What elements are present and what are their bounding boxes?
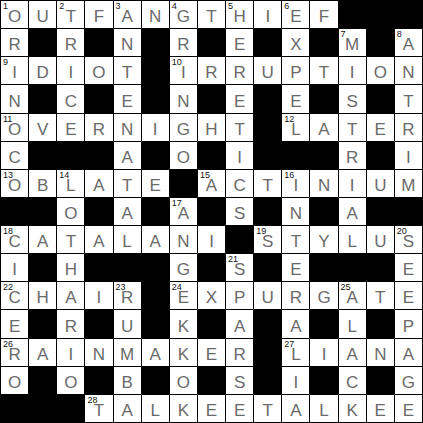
cell-r2c8[interactable]: R <box>226 57 253 84</box>
black-cell-r1c3 <box>85 29 112 56</box>
cell-r10c13[interactable]: T <box>367 282 394 309</box>
cell-r10c1[interactable]: H <box>29 282 56 309</box>
cell-r7c10[interactable]: N <box>282 198 309 225</box>
cell-letter: E <box>206 402 217 422</box>
black-cell-r9c1 <box>29 254 56 281</box>
cell-r8c6[interactable]: N <box>170 226 197 253</box>
black-cell-r7c3 <box>85 198 112 225</box>
cell-r2c4[interactable]: T <box>114 57 141 84</box>
cell-r2c6[interactable]: 10I <box>170 57 197 84</box>
black-cell-r7c9 <box>254 198 281 225</box>
cell-letter: G <box>317 289 330 309</box>
cell-letter: O <box>64 374 77 394</box>
black-cell-r13c9 <box>254 367 281 394</box>
cell-r6c2[interactable]: 14L <box>57 170 84 197</box>
cell-r6c7[interactable]: 15A <box>198 170 225 197</box>
cell-r8c13[interactable]: U <box>367 226 394 253</box>
cell-r6c8[interactable]: C <box>226 170 253 197</box>
cell-r4c4[interactable]: N <box>114 114 141 141</box>
cell-r10c0[interactable]: 22C <box>1 282 28 309</box>
cell-letter: A <box>234 318 245 338</box>
cell-letter: L <box>347 233 356 253</box>
cell-letter: A <box>121 205 132 225</box>
cell-r14c12[interactable]: K <box>339 395 366 422</box>
cell-r12c10[interactable]: 27L <box>282 339 309 366</box>
cell-letter: C <box>8 233 20 253</box>
cell-letter: X <box>206 289 217 309</box>
black-cell-r11c7 <box>198 310 225 337</box>
cell-r12c0[interactable]: 26R <box>1 339 28 366</box>
cell-r2c0[interactable]: 9I <box>1 57 28 84</box>
cell-r1c0[interactable]: R <box>1 29 28 56</box>
cell-letter: A <box>206 177 217 197</box>
cell-r3c10[interactable]: E <box>282 85 309 112</box>
cell-r14c5[interactable]: L <box>142 395 169 422</box>
cell-r8c9[interactable]: 19S <box>254 226 281 253</box>
cell-r2c3[interactable]: O <box>85 57 112 84</box>
black-cell-r7c1 <box>29 198 56 225</box>
cell-r7c2[interactable]: O <box>57 198 84 225</box>
black-cell-r8c8 <box>226 226 253 253</box>
cell-r8c4[interactable]: L <box>114 226 141 253</box>
cell-letter: E <box>9 318 20 338</box>
cell-letter: R <box>65 36 77 56</box>
cell-r12c6[interactable]: K <box>170 339 197 366</box>
black-cell-r3c7 <box>198 85 225 112</box>
clue-number-7: 7 <box>341 29 346 39</box>
black-cell-r9c13 <box>367 254 394 281</box>
cell-r2c9[interactable]: U <box>254 57 281 84</box>
cell-letter: I <box>350 64 355 84</box>
cell-r11c14[interactable]: P <box>395 310 422 337</box>
cell-r2c12[interactable]: I <box>339 57 366 84</box>
cell-letter: I <box>12 64 17 84</box>
cell-r14c10[interactable]: A <box>282 395 309 422</box>
clue-number-14: 14 <box>59 170 69 180</box>
cell-letter: E <box>65 121 76 141</box>
black-cell-r9c5 <box>142 254 169 281</box>
cell-r3c6[interactable]: N <box>170 85 197 112</box>
cell-letter: Y <box>318 233 329 253</box>
clue-number-28: 28 <box>87 395 97 405</box>
cell-letter: R <box>8 36 20 56</box>
cell-r1c2[interactable]: R <box>57 29 84 56</box>
cell-r10c6[interactable]: 24E <box>170 282 197 309</box>
cell-r13c4[interactable]: B <box>114 367 141 394</box>
cell-letter: U <box>262 64 274 84</box>
cell-letter: C <box>233 177 245 197</box>
cell-r12c3[interactable]: N <box>85 339 112 366</box>
cell-r8c12[interactable]: L <box>339 226 366 253</box>
clue-number-9: 9 <box>3 57 8 67</box>
cell-r1c4[interactable]: N <box>114 29 141 56</box>
cell-r1c14[interactable]: 8A <box>395 29 422 56</box>
cell-r0c9[interactable]: I <box>254 1 281 28</box>
cell-r5c4[interactable]: A <box>114 142 141 169</box>
cell-r6c5[interactable]: E <box>142 170 169 197</box>
cell-r0c5[interactable]: N <box>142 1 169 28</box>
clue-number-3: 3 <box>116 1 121 11</box>
cell-r6c0[interactable]: 13O <box>1 170 28 197</box>
cell-r11c12[interactable]: L <box>339 310 366 337</box>
cell-r2c14[interactable]: N <box>395 57 422 84</box>
clue-number-15: 15 <box>200 170 210 180</box>
cell-r4c14[interactable]: R <box>395 114 422 141</box>
black-cell-r9c3 <box>85 254 112 281</box>
cell-r1c12[interactable]: 7M <box>339 29 366 56</box>
clue-number-24: 24 <box>172 282 182 292</box>
cell-r6c4[interactable]: T <box>114 170 141 197</box>
cell-letter: R <box>205 64 217 84</box>
cell-letter: A <box>346 205 357 225</box>
cell-r4c10[interactable]: 12L <box>282 114 309 141</box>
black-cell-r7c11 <box>310 198 337 225</box>
cell-r12c2[interactable]: I <box>57 339 84 366</box>
cell-letter: A <box>346 289 357 309</box>
cell-r14c14[interactable]: E <box>395 395 422 422</box>
cell-r13c12[interactable]: C <box>339 367 366 394</box>
cell-r8c3[interactable]: A <box>85 226 112 253</box>
cell-letter: V <box>37 121 48 141</box>
cell-r4c2[interactable]: E <box>57 114 84 141</box>
black-cell-r5c7 <box>198 142 225 169</box>
cell-r0c2[interactable]: 2T <box>57 1 84 28</box>
cell-r13c2[interactable]: O <box>57 367 84 394</box>
black-cell-r7c14 <box>395 198 422 225</box>
cell-r8c0[interactable]: 18C <box>1 226 28 253</box>
cell-letter: I <box>237 149 242 169</box>
cell-r0c10[interactable]: 6E <box>282 1 309 28</box>
cell-r7c6[interactable]: 17A <box>170 198 197 225</box>
cell-r2c1[interactable]: D <box>29 57 56 84</box>
cell-letter: H <box>205 121 217 141</box>
cell-letter: U <box>121 318 133 338</box>
cell-letter: E <box>150 177 161 197</box>
cell-r10c10[interactable]: R <box>282 282 309 309</box>
cell-r10c8[interactable]: P <box>226 282 253 309</box>
cell-letter: O <box>177 149 190 169</box>
cell-r7c12[interactable]: A <box>339 198 366 225</box>
cell-r3c2[interactable]: C <box>57 85 84 112</box>
cell-letter: T <box>403 93 413 113</box>
cell-r13c0[interactable]: O <box>1 367 28 394</box>
black-cell-r7c7 <box>198 198 225 225</box>
cell-letter: T <box>319 64 329 84</box>
clue-number-4: 4 <box>172 1 177 11</box>
cell-r5c0[interactable]: C <box>1 142 28 169</box>
cell-r10c14[interactable]: E <box>395 282 422 309</box>
black-cell-r13c1 <box>29 367 56 394</box>
cell-r14c6[interactable]: K <box>170 395 197 422</box>
clue-number-6: 6 <box>284 1 289 11</box>
cell-letter: F <box>94 8 104 28</box>
cell-r11c2[interactable]: R <box>57 310 84 337</box>
cell-letter: T <box>122 64 132 84</box>
cell-letter: E <box>290 8 301 28</box>
cell-r9c6[interactable]: G <box>170 254 197 281</box>
cell-r13c6[interactable]: O <box>170 367 197 394</box>
cell-r1c10[interactable]: X <box>282 29 309 56</box>
cell-letter: E <box>403 261 414 281</box>
cell-r0c8[interactable]: 5H <box>226 1 253 28</box>
cell-r10c3[interactable]: I <box>85 282 112 309</box>
clue-number-22: 22 <box>3 282 13 292</box>
cell-r8c7[interactable]: I <box>198 226 225 253</box>
cell-letter: H <box>37 289 49 309</box>
cell-r12c4[interactable]: M <box>114 339 141 366</box>
cell-r8c2[interactable]: T <box>57 226 84 253</box>
clue-number-8: 8 <box>397 29 402 39</box>
cell-letter: L <box>291 346 300 366</box>
black-cell-r5c3 <box>85 142 112 169</box>
cell-r0c4[interactable]: 3A <box>114 1 141 28</box>
cell-r12c7[interactable]: E <box>198 339 225 366</box>
cell-letter: E <box>403 289 414 309</box>
clue-number-2: 2 <box>59 1 64 11</box>
cell-letter: O <box>177 374 190 394</box>
cell-r12c8[interactable]: R <box>226 339 253 366</box>
cell-r0c6[interactable]: 4G <box>170 1 197 28</box>
cell-r4c3[interactable]: R <box>85 114 112 141</box>
cell-r5c8[interactable]: I <box>226 142 253 169</box>
cell-letter: A <box>290 402 301 422</box>
cell-letter: N <box>177 93 189 113</box>
cell-letter: A <box>37 233 48 253</box>
cell-letter: E <box>375 402 386 422</box>
cell-letter: R <box>177 36 189 56</box>
cell-letter: X <box>290 36 301 56</box>
cell-letter: A <box>150 346 161 366</box>
cell-letter: L <box>347 318 356 338</box>
cell-r5c14[interactable]: I <box>395 142 422 169</box>
cell-letter: N <box>290 205 302 225</box>
cell-r12c1[interactable]: A <box>29 339 56 366</box>
black-cell-r1c11 <box>310 29 337 56</box>
cell-letter: N <box>318 177 330 197</box>
cell-letter: B <box>121 374 132 394</box>
cell-r4c5[interactable]: I <box>142 114 169 141</box>
cell-r10c12[interactable]: 25A <box>339 282 366 309</box>
black-cell-r11c9 <box>254 310 281 337</box>
black-cell-r14c2 <box>57 395 84 422</box>
cell-r6c1[interactable]: B <box>29 170 56 197</box>
cell-r2c7[interactable]: R <box>198 57 225 84</box>
cell-r14c7[interactable]: E <box>198 395 225 422</box>
cell-letter: C <box>346 374 358 394</box>
cell-r6c13[interactable]: U <box>367 170 394 197</box>
cell-r3c14[interactable]: T <box>395 85 422 112</box>
cell-r0c0[interactable]: 1O <box>1 1 28 28</box>
cell-r12c14[interactable]: A <box>395 339 422 366</box>
cell-letter: E <box>234 36 245 56</box>
cell-r13c10[interactable]: I <box>282 367 309 394</box>
cell-letter: O <box>92 64 105 84</box>
cell-letter: I <box>350 177 355 197</box>
cell-letter: S <box>234 205 245 225</box>
cell-r4c13[interactable]: E <box>367 114 394 141</box>
cell-r8c5[interactable]: A <box>142 226 169 253</box>
cell-letter: F <box>319 8 329 28</box>
cell-r14c9[interactable]: T <box>254 395 281 422</box>
cell-letter: I <box>97 289 102 309</box>
cell-letter: I <box>12 261 17 281</box>
cell-r14c3[interactable]: 28T <box>85 395 112 422</box>
black-cell-r11c11 <box>310 310 337 337</box>
cell-r14c11[interactable]: L <box>310 395 337 422</box>
cell-r9c0[interactable]: I <box>1 254 28 281</box>
black-cell-r1c1 <box>29 29 56 56</box>
cell-letter: D <box>37 64 49 84</box>
cell-letter: B <box>37 177 48 197</box>
cell-r11c4[interactable]: U <box>114 310 141 337</box>
cell-r14c4[interactable]: A <box>114 395 141 422</box>
cell-letter: R <box>93 121 105 141</box>
black-cell-r5c2 <box>57 142 84 169</box>
cell-r4c6[interactable]: G <box>170 114 197 141</box>
cell-letter: L <box>122 233 131 253</box>
cell-r4c1[interactable]: V <box>29 114 56 141</box>
cell-letter: T <box>375 289 385 309</box>
cell-letter: U <box>262 289 274 309</box>
cell-letter: E <box>234 93 245 113</box>
cell-letter: R <box>233 64 245 84</box>
cell-r0c1[interactable]: U <box>29 1 56 28</box>
cell-r10c4[interactable]: 23R <box>114 282 141 309</box>
cell-r4c8[interactable]: T <box>226 114 253 141</box>
cell-letter: N <box>93 346 105 366</box>
cell-r2c13[interactable]: O <box>367 57 394 84</box>
cell-letter: A <box>65 289 76 309</box>
black-cell-r5c13 <box>367 142 394 169</box>
cell-r10c2[interactable]: A <box>57 282 84 309</box>
cell-r3c12[interactable]: S <box>339 85 366 112</box>
cell-r10c9[interactable]: U <box>254 282 281 309</box>
clue-number-5: 5 <box>228 1 233 11</box>
cell-letter: T <box>94 402 104 422</box>
cell-r12c11[interactable]: I <box>310 339 337 366</box>
cell-letter: C <box>8 289 20 309</box>
cell-letter: I <box>406 149 411 169</box>
cell-r4c0[interactable]: 11O <box>1 114 28 141</box>
cell-r3c8[interactable]: E <box>226 85 253 112</box>
cell-letter: T <box>66 233 76 253</box>
cell-r8c14[interactable]: 20S <box>395 226 422 253</box>
cell-letter: U <box>37 8 49 28</box>
cell-letter: N <box>374 346 386 366</box>
cell-r6c9[interactable]: T <box>254 170 281 197</box>
black-cell-r0c13 <box>367 1 394 28</box>
cell-r8c10[interactable]: T <box>282 226 309 253</box>
black-cell-r13c11 <box>310 367 337 394</box>
cell-r3c4[interactable]: E <box>114 85 141 112</box>
cell-r2c10[interactable]: P <box>282 57 309 84</box>
cell-r5c12[interactable]: R <box>339 142 366 169</box>
cell-r10c7[interactable]: X <box>198 282 225 309</box>
cell-r2c11[interactable]: T <box>310 57 337 84</box>
cell-r1c6[interactable]: R <box>170 29 197 56</box>
cell-r6c10[interactable]: 16I <box>282 170 309 197</box>
cell-r6c3[interactable]: A <box>85 170 112 197</box>
cell-r8c1[interactable]: A <box>29 226 56 253</box>
cell-r9c10[interactable]: E <box>282 254 309 281</box>
cell-letter: E <box>121 93 132 113</box>
cell-r13c8[interactable]: S <box>226 367 253 394</box>
cell-letter: I <box>153 121 158 141</box>
cell-r11c6[interactable]: K <box>170 310 197 337</box>
cell-r9c8[interactable]: 21S <box>226 254 253 281</box>
cell-r9c2[interactable]: H <box>57 254 84 281</box>
black-cell-r5c11 <box>310 142 337 169</box>
cell-r11c0[interactable]: E <box>1 310 28 337</box>
cell-letter: L <box>66 177 75 197</box>
cell-letter: T <box>263 177 273 197</box>
cell-letter: E <box>290 93 301 113</box>
cell-r0c11[interactable]: F <box>310 1 337 28</box>
cell-letter: P <box>290 64 301 84</box>
cell-letter: E <box>403 402 414 422</box>
cell-r6c11[interactable]: N <box>310 170 337 197</box>
cell-letter: E <box>234 402 245 422</box>
cell-letter: T <box>206 8 216 28</box>
cell-r3c0[interactable]: N <box>1 85 28 112</box>
clue-number-1: 1 <box>3 1 8 11</box>
cell-r0c3[interactable]: F <box>85 1 112 28</box>
cell-letter: I <box>68 346 73 366</box>
cell-letter: I <box>322 346 327 366</box>
black-cell-r1c9 <box>254 29 281 56</box>
cell-letter: S <box>234 261 245 281</box>
cell-letter: I <box>294 177 299 197</box>
cell-r14c13[interactable]: E <box>367 395 394 422</box>
cell-letter: C <box>65 93 77 113</box>
cell-r10c11[interactable]: G <box>310 282 337 309</box>
cell-r14c8[interactable]: E <box>226 395 253 422</box>
cell-r6c12[interactable]: I <box>339 170 366 197</box>
cell-r8c11[interactable]: Y <box>310 226 337 253</box>
cell-r13c14[interactable]: G <box>395 367 422 394</box>
cell-r7c4[interactable]: A <box>114 198 141 225</box>
cell-r9c14[interactable]: E <box>395 254 422 281</box>
black-cell-r3c13 <box>367 85 394 112</box>
cell-r11c8[interactable]: A <box>226 310 253 337</box>
black-cell-r9c7 <box>198 254 225 281</box>
cell-r5c6[interactable]: O <box>170 142 197 169</box>
cell-letter: A <box>93 233 104 253</box>
cell-letter: A <box>290 318 301 338</box>
black-cell-r4c9 <box>254 114 281 141</box>
cell-r11c10[interactable]: A <box>282 310 309 337</box>
cell-letter: E <box>206 346 217 366</box>
cell-r4c7[interactable]: H <box>198 114 225 141</box>
cell-r4c12[interactable]: T <box>339 114 366 141</box>
cell-r12c12[interactable]: A <box>339 339 366 366</box>
clue-number-26: 26 <box>3 339 13 349</box>
cell-r0c7[interactable]: T <box>198 1 225 28</box>
black-cell-r9c11 <box>310 254 337 281</box>
black-cell-r5c5 <box>142 142 169 169</box>
black-cell-r3c11 <box>310 85 337 112</box>
black-cell-r7c13 <box>367 198 394 225</box>
cell-r12c13[interactable]: N <box>367 339 394 366</box>
cell-r7c8[interactable]: S <box>226 198 253 225</box>
cell-r4c11[interactable]: A <box>310 114 337 141</box>
cell-r6c14[interactable]: M <box>395 170 422 197</box>
cell-r12c5[interactable]: A <box>142 339 169 366</box>
cell-r1c8[interactable]: E <box>226 29 253 56</box>
clue-number-21: 21 <box>228 254 238 264</box>
cell-r2c2[interactable]: I <box>57 57 84 84</box>
cell-letter: G <box>177 261 190 281</box>
